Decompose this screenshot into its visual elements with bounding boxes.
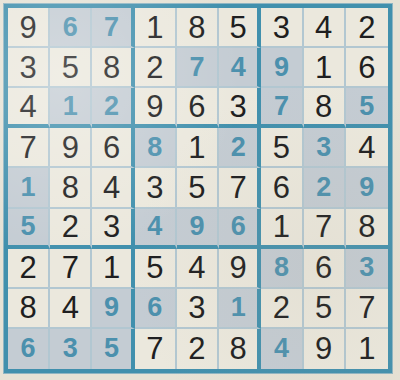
- cell-r8c1: 8: [8, 289, 50, 329]
- cell-r9c1: 6: [8, 329, 50, 369]
- cell-r3c1: 4: [8, 88, 50, 128]
- cell-r5c1: 1: [8, 168, 50, 208]
- cell-r4c8: 3: [304, 128, 346, 168]
- cell-r6c1: 5: [8, 209, 50, 249]
- cell-r5c4: 3: [135, 168, 177, 208]
- cell-r1c7: 3: [261, 8, 303, 48]
- cell-r7c3: 1: [92, 249, 134, 289]
- cell-r3c9: 5: [346, 88, 388, 128]
- cell-r8c5: 3: [177, 289, 219, 329]
- cell-r8c6: 1: [219, 289, 261, 329]
- cell-r3c5: 6: [177, 88, 219, 128]
- cell-r2c9: 6: [346, 48, 388, 88]
- cell-r7c2: 7: [50, 249, 92, 289]
- cell-r2c5: 7: [177, 48, 219, 88]
- cell-r8c4: 6: [135, 289, 177, 329]
- cell-r9c3: 5: [92, 329, 134, 369]
- cell-r4c5: 1: [177, 128, 219, 168]
- cell-r4c2: 9: [50, 128, 92, 168]
- cell-r1c9: 2: [346, 8, 388, 48]
- cell-r1c4: 1: [135, 8, 177, 48]
- cell-r7c4: 5: [135, 249, 177, 289]
- cell-r6c7: 1: [261, 209, 303, 249]
- cell-r1c6: 5: [219, 8, 261, 48]
- cell-r5c9: 9: [346, 168, 388, 208]
- cell-r6c6: 6: [219, 209, 261, 249]
- cell-r7c6: 9: [219, 249, 261, 289]
- cell-r6c5: 9: [177, 209, 219, 249]
- cell-r4c9: 4: [346, 128, 388, 168]
- cell-r2c2: 5: [50, 48, 92, 88]
- cell-r3c8: 8: [304, 88, 346, 128]
- cell-r8c2: 4: [50, 289, 92, 329]
- cell-r2c7: 9: [261, 48, 303, 88]
- cell-r2c1: 3: [8, 48, 50, 88]
- cell-r8c3: 9: [92, 289, 134, 329]
- cell-r9c4: 7: [135, 329, 177, 369]
- cell-r7c1: 2: [8, 249, 50, 289]
- cell-r5c2: 8: [50, 168, 92, 208]
- cell-r9c5: 2: [177, 329, 219, 369]
- cell-r1c5: 8: [177, 8, 219, 48]
- cell-r5c7: 6: [261, 168, 303, 208]
- cell-r8c7: 2: [261, 289, 303, 329]
- cell-r4c6: 2: [219, 128, 261, 168]
- cell-r3c2: 1: [50, 88, 92, 128]
- cell-r9c2: 3: [50, 329, 92, 369]
- cell-r9c9: 1: [346, 329, 388, 369]
- cell-r4c4: 8: [135, 128, 177, 168]
- cell-r7c7: 8: [261, 249, 303, 289]
- cell-r6c8: 7: [304, 209, 346, 249]
- cell-r9c8: 9: [304, 329, 346, 369]
- cell-r1c2: 6: [50, 8, 92, 48]
- cell-r1c1: 9: [8, 8, 50, 48]
- cell-r4c3: 6: [92, 128, 134, 168]
- cell-r7c8: 6: [304, 249, 346, 289]
- cell-r1c8: 4: [304, 8, 346, 48]
- cell-r2c8: 1: [304, 48, 346, 88]
- cell-r3c6: 3: [219, 88, 261, 128]
- cell-r6c4: 4: [135, 209, 177, 249]
- cell-r8c9: 7: [346, 289, 388, 329]
- cell-r2c3: 8: [92, 48, 134, 88]
- cell-r8c8: 5: [304, 289, 346, 329]
- cell-r3c7: 7: [261, 88, 303, 128]
- cell-r2c4: 2: [135, 48, 177, 88]
- cell-r2c6: 4: [219, 48, 261, 88]
- cell-r5c6: 7: [219, 168, 261, 208]
- cell-r3c3: 2: [92, 88, 134, 128]
- cell-r5c3: 4: [92, 168, 134, 208]
- cell-r1c3: 7: [92, 8, 134, 48]
- cell-r4c7: 5: [261, 128, 303, 168]
- sudoku-board: 9671853423582749164129637857968125341843…: [4, 4, 392, 373]
- cell-r9c6: 8: [219, 329, 261, 369]
- cell-r6c2: 2: [50, 209, 92, 249]
- cell-r5c5: 5: [177, 168, 219, 208]
- cell-r9c7: 4: [261, 329, 303, 369]
- cell-r7c5: 4: [177, 249, 219, 289]
- cell-r6c3: 3: [92, 209, 134, 249]
- cell-r6c9: 8: [346, 209, 388, 249]
- cell-r3c4: 9: [135, 88, 177, 128]
- scanned-sudoku-page: { "game": "sudoku", "state": "solved", "…: [0, 0, 400, 380]
- cell-r5c8: 2: [304, 168, 346, 208]
- cell-r7c9: 3: [346, 249, 388, 289]
- cell-r4c1: 7: [8, 128, 50, 168]
